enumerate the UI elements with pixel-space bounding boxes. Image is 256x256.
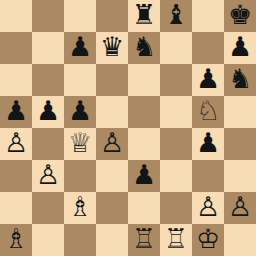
piece-white-pawn: ♙ xyxy=(4,128,28,159)
square-c8[interactable] xyxy=(64,0,96,32)
square-b3[interactable]: ♙ xyxy=(32,160,64,192)
piece-black-pawn: ♟ xyxy=(196,128,220,159)
square-d1[interactable] xyxy=(96,224,128,256)
square-c7[interactable]: ♟ xyxy=(64,32,96,64)
piece-white-rook: ♖ xyxy=(132,224,156,255)
chess-board: ♜♝♚♟♛♞♟♟♞♟♟♟♘♙♕♙♟♙♟♗♙♙♗♖♖♔ xyxy=(0,0,256,256)
square-g1[interactable]: ♔ xyxy=(192,224,224,256)
square-f2[interactable] xyxy=(160,192,192,224)
square-d3[interactable] xyxy=(96,160,128,192)
piece-black-bishop: ♝ xyxy=(164,0,188,31)
square-f7[interactable] xyxy=(160,32,192,64)
square-d5[interactable] xyxy=(96,96,128,128)
piece-black-pawn: ♟ xyxy=(68,96,92,127)
square-e1[interactable]: ♖ xyxy=(128,224,160,256)
square-b2[interactable] xyxy=(32,192,64,224)
square-a3[interactable] xyxy=(0,160,32,192)
square-a4[interactable]: ♙ xyxy=(0,128,32,160)
piece-white-king: ♔ xyxy=(196,224,220,255)
square-h6[interactable]: ♞ xyxy=(224,64,256,96)
square-e6[interactable] xyxy=(128,64,160,96)
square-b8[interactable] xyxy=(32,0,64,32)
square-c2[interactable]: ♗ xyxy=(64,192,96,224)
square-c6[interactable] xyxy=(64,64,96,96)
square-d7[interactable]: ♛ xyxy=(96,32,128,64)
piece-black-queen: ♛ xyxy=(100,32,124,63)
square-a2[interactable] xyxy=(0,192,32,224)
square-h8[interactable]: ♚ xyxy=(224,0,256,32)
piece-white-bishop: ♗ xyxy=(4,224,28,255)
square-h1[interactable] xyxy=(224,224,256,256)
square-f6[interactable] xyxy=(160,64,192,96)
piece-white-bishop: ♗ xyxy=(68,192,92,223)
square-d2[interactable] xyxy=(96,192,128,224)
piece-black-knight: ♞ xyxy=(228,64,252,95)
square-e7[interactable]: ♞ xyxy=(128,32,160,64)
square-g3[interactable] xyxy=(192,160,224,192)
piece-white-pawn: ♙ xyxy=(228,192,252,223)
piece-black-pawn: ♟ xyxy=(68,32,92,63)
square-b4[interactable] xyxy=(32,128,64,160)
piece-black-king: ♚ xyxy=(228,0,252,31)
square-f8[interactable]: ♝ xyxy=(160,0,192,32)
piece-white-pawn: ♙ xyxy=(196,192,220,223)
square-f3[interactable] xyxy=(160,160,192,192)
square-b6[interactable] xyxy=(32,64,64,96)
square-e4[interactable] xyxy=(128,128,160,160)
square-b5[interactable]: ♟ xyxy=(32,96,64,128)
square-g7[interactable] xyxy=(192,32,224,64)
square-c5[interactable]: ♟ xyxy=(64,96,96,128)
piece-black-pawn: ♟ xyxy=(132,160,156,191)
square-a6[interactable] xyxy=(0,64,32,96)
square-c3[interactable] xyxy=(64,160,96,192)
piece-black-pawn: ♟ xyxy=(4,96,28,127)
square-d8[interactable] xyxy=(96,0,128,32)
square-h7[interactable]: ♟ xyxy=(224,32,256,64)
square-a5[interactable]: ♟ xyxy=(0,96,32,128)
piece-black-knight: ♞ xyxy=(132,32,156,63)
square-b1[interactable] xyxy=(32,224,64,256)
square-g4[interactable]: ♟ xyxy=(192,128,224,160)
piece-white-queen: ♕ xyxy=(68,128,92,159)
square-a7[interactable] xyxy=(0,32,32,64)
piece-black-rook: ♜ xyxy=(132,0,156,31)
square-d6[interactable] xyxy=(96,64,128,96)
piece-white-pawn: ♙ xyxy=(36,160,60,191)
square-h5[interactable] xyxy=(224,96,256,128)
square-g5[interactable]: ♘ xyxy=(192,96,224,128)
piece-white-pawn: ♙ xyxy=(100,128,124,159)
piece-black-pawn: ♟ xyxy=(228,32,252,63)
square-h2[interactable]: ♙ xyxy=(224,192,256,224)
square-e8[interactable]: ♜ xyxy=(128,0,160,32)
square-b7[interactable] xyxy=(32,32,64,64)
square-a1[interactable]: ♗ xyxy=(0,224,32,256)
square-h3[interactable] xyxy=(224,160,256,192)
piece-black-pawn: ♟ xyxy=(36,96,60,127)
square-c4[interactable]: ♕ xyxy=(64,128,96,160)
square-g8[interactable] xyxy=(192,0,224,32)
square-e5[interactable] xyxy=(128,96,160,128)
square-f5[interactable] xyxy=(160,96,192,128)
square-f4[interactable] xyxy=(160,128,192,160)
piece-white-rook: ♖ xyxy=(164,224,188,255)
square-g2[interactable]: ♙ xyxy=(192,192,224,224)
square-c1[interactable] xyxy=(64,224,96,256)
square-e3[interactable]: ♟ xyxy=(128,160,160,192)
piece-black-pawn: ♟ xyxy=(196,64,220,95)
square-a8[interactable] xyxy=(0,0,32,32)
square-f1[interactable]: ♖ xyxy=(160,224,192,256)
square-d4[interactable]: ♙ xyxy=(96,128,128,160)
square-g6[interactable]: ♟ xyxy=(192,64,224,96)
square-e2[interactable] xyxy=(128,192,160,224)
square-h4[interactable] xyxy=(224,128,256,160)
piece-white-knight: ♘ xyxy=(196,96,220,127)
